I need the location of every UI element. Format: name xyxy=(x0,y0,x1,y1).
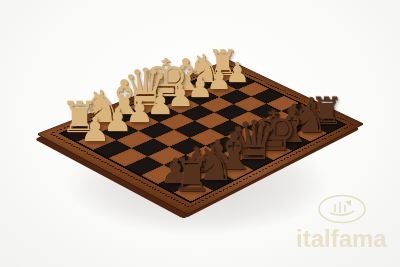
white-pawn: ♟ xyxy=(179,66,259,95)
black-pawn: ♟ xyxy=(178,135,258,168)
italfama-logo-icon xyxy=(316,193,368,225)
black-pawn: ♟ xyxy=(272,94,352,123)
black-pawn: ♟ xyxy=(254,101,334,131)
white-bishop: ♝ xyxy=(84,74,164,122)
black-pawn: ♟ xyxy=(198,126,278,158)
white-pawn: ♟ xyxy=(99,96,179,128)
white-pawn: ♟ xyxy=(120,88,200,119)
black-bishop: ♝ xyxy=(252,103,332,149)
white-pawn: ♟ xyxy=(197,59,277,87)
white-pawn: ♟ xyxy=(78,104,158,137)
black-knight: ♞ xyxy=(173,140,253,188)
white-bishop: ♝ xyxy=(146,53,226,97)
white-rook: ♜ xyxy=(183,45,263,81)
white-queen: ♛ xyxy=(105,62,185,113)
white-king: ♚ xyxy=(126,53,206,105)
white-pawn: ♟ xyxy=(160,73,240,102)
white-rook: ♜ xyxy=(39,96,119,139)
black-bishop: ♝ xyxy=(194,127,274,177)
black-pawn: ♟ xyxy=(157,144,237,178)
black-knight: ♞ xyxy=(270,98,350,139)
italfama-watermark-text: italfama xyxy=(296,225,396,253)
white-knight: ♞ xyxy=(62,85,142,130)
black-pawn: ♟ xyxy=(217,118,297,149)
product-photo-scene: ♜♞♝♛♚♝♞♜♟♟♟♟♟♟♟♟♟♟♟♟♟♟♟♟♜♞♝♛♚♝♞♜ italfam… xyxy=(0,0,400,267)
black-pawn: ♟ xyxy=(236,109,316,139)
white-knight: ♞ xyxy=(165,49,245,88)
white-pawn: ♟ xyxy=(141,81,221,111)
black-queen: ♛ xyxy=(214,114,294,168)
black-rook: ♜ xyxy=(152,153,232,199)
white-pawn: ♟ xyxy=(55,113,135,147)
black-rook: ♜ xyxy=(287,93,367,130)
black-king: ♚ xyxy=(233,104,313,159)
black-pawn: ♟ xyxy=(135,154,215,189)
